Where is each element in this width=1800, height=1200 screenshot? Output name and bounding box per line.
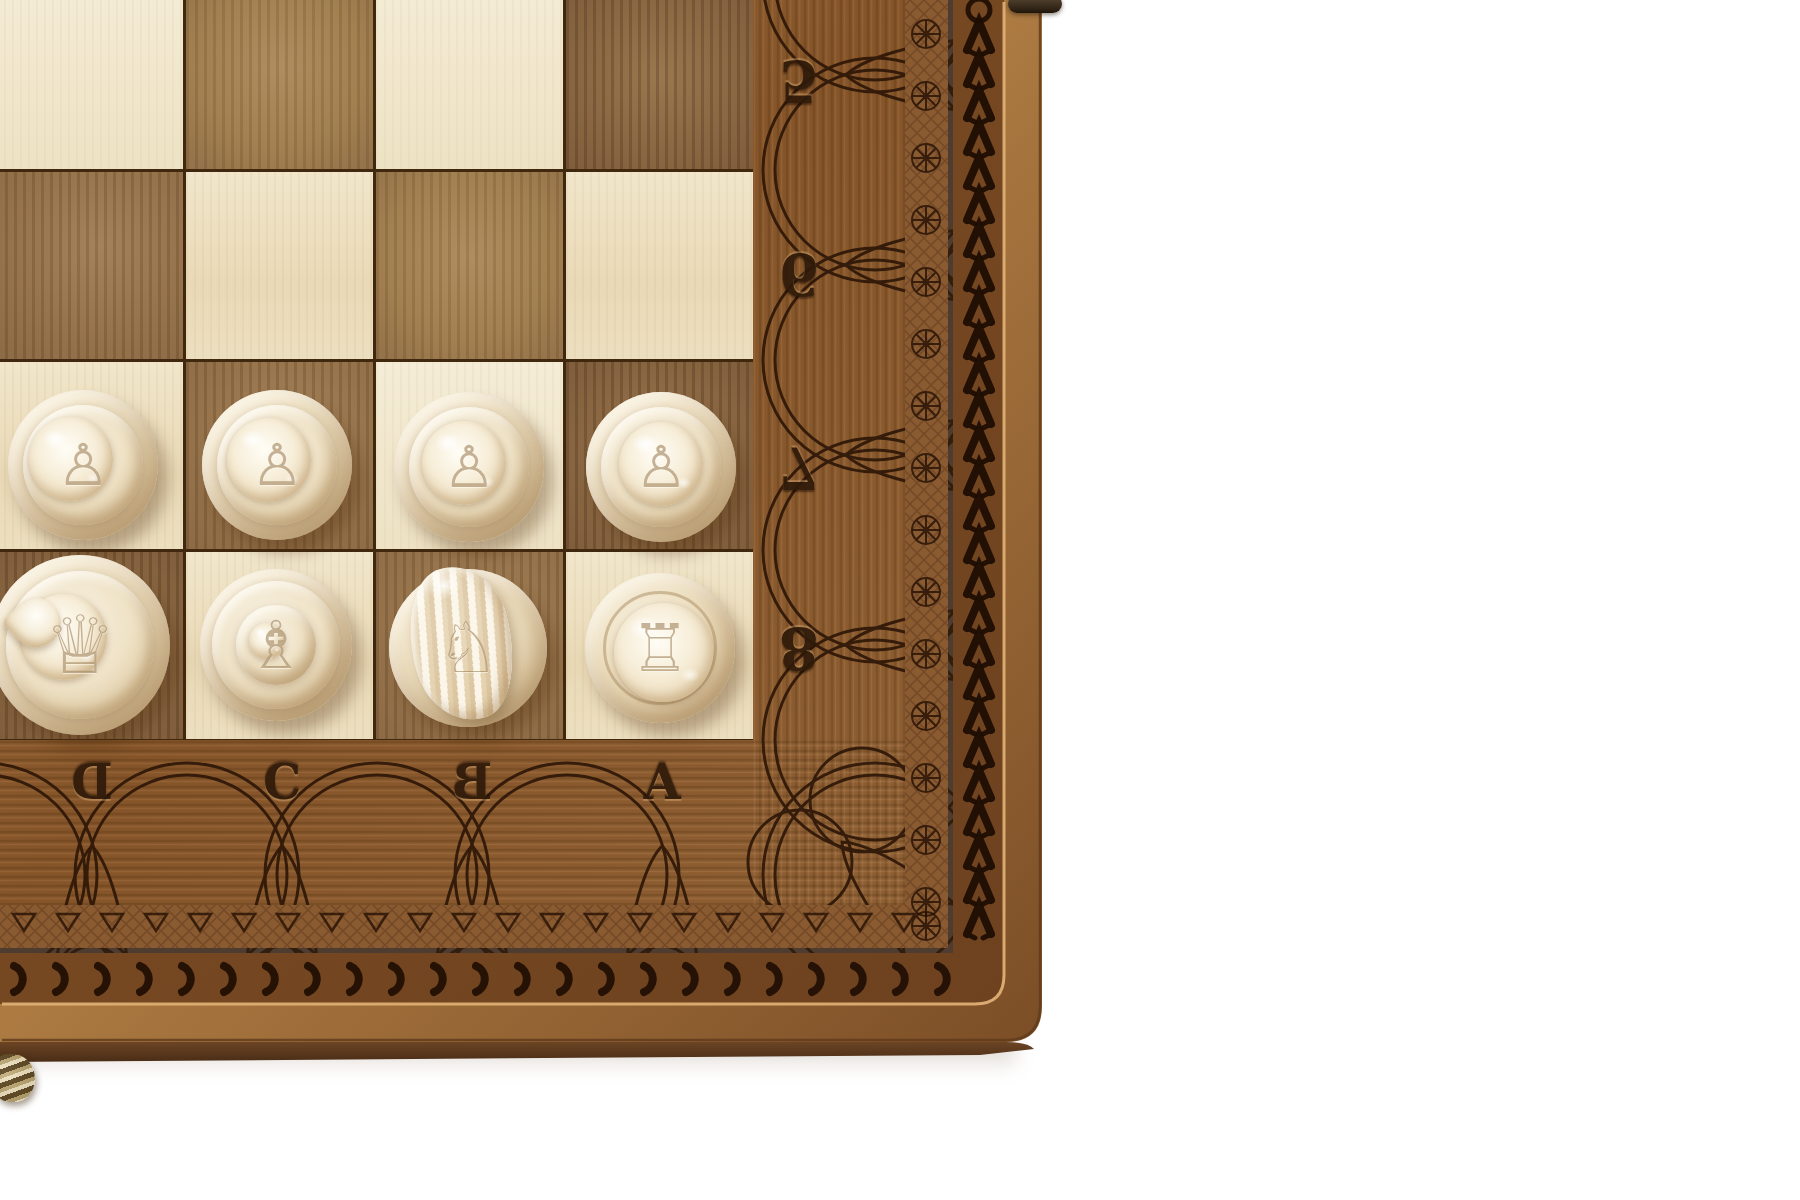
white-knight-glyph: ♘ bbox=[389, 569, 547, 727]
file-label-d: D bbox=[52, 752, 132, 812]
rank-label-5: 5 bbox=[766, 43, 832, 119]
file-label-a: A bbox=[622, 752, 702, 812]
product-photo-scene: 5 6 7 8 D C B A ♙ ♙ ♙ ♙ bbox=[0, 0, 1800, 1200]
rank-label-8: 8 bbox=[766, 610, 832, 686]
white-pawn-glyph: ♙ bbox=[394, 392, 544, 542]
white-rook-glyph: ♖ bbox=[585, 573, 735, 723]
white-pawn-glyph: ♙ bbox=[202, 390, 352, 540]
piece-white-pawn-a7[interactable]: ♙ bbox=[586, 392, 736, 542]
rank-label-6: 6 bbox=[766, 236, 832, 312]
white-bishop-glyph: ♗ bbox=[200, 569, 352, 721]
hinge-knob bbox=[1008, 0, 1062, 13]
file-label-b: B bbox=[432, 752, 512, 812]
piece-white-pawn-d7[interactable]: ♙ bbox=[8, 390, 158, 540]
rank-label-7: 7 bbox=[766, 430, 832, 506]
piece-white-knight-b8[interactable]: ♘ bbox=[389, 569, 547, 727]
carved-chess-box: 5 6 7 8 D C B A ♙ ♙ ♙ ♙ bbox=[0, 0, 1050, 1065]
box-side-face bbox=[0, 1042, 1034, 1062]
file-label-c: C bbox=[242, 752, 322, 812]
piece-white-rook-a8[interactable]: ♖ bbox=[585, 573, 735, 723]
white-pawn-glyph: ♙ bbox=[586, 392, 736, 542]
piece-white-bishop-c8[interactable]: ♗ bbox=[200, 569, 352, 721]
white-queen-glyph: ♕ bbox=[0, 555, 170, 735]
piece-white-queen-d8[interactable]: ♕ bbox=[0, 555, 170, 735]
piece-white-pawn-c7[interactable]: ♙ bbox=[202, 390, 352, 540]
piece-white-pawn-b7[interactable]: ♙ bbox=[394, 392, 544, 542]
white-pawn-glyph: ♙ bbox=[8, 390, 158, 540]
